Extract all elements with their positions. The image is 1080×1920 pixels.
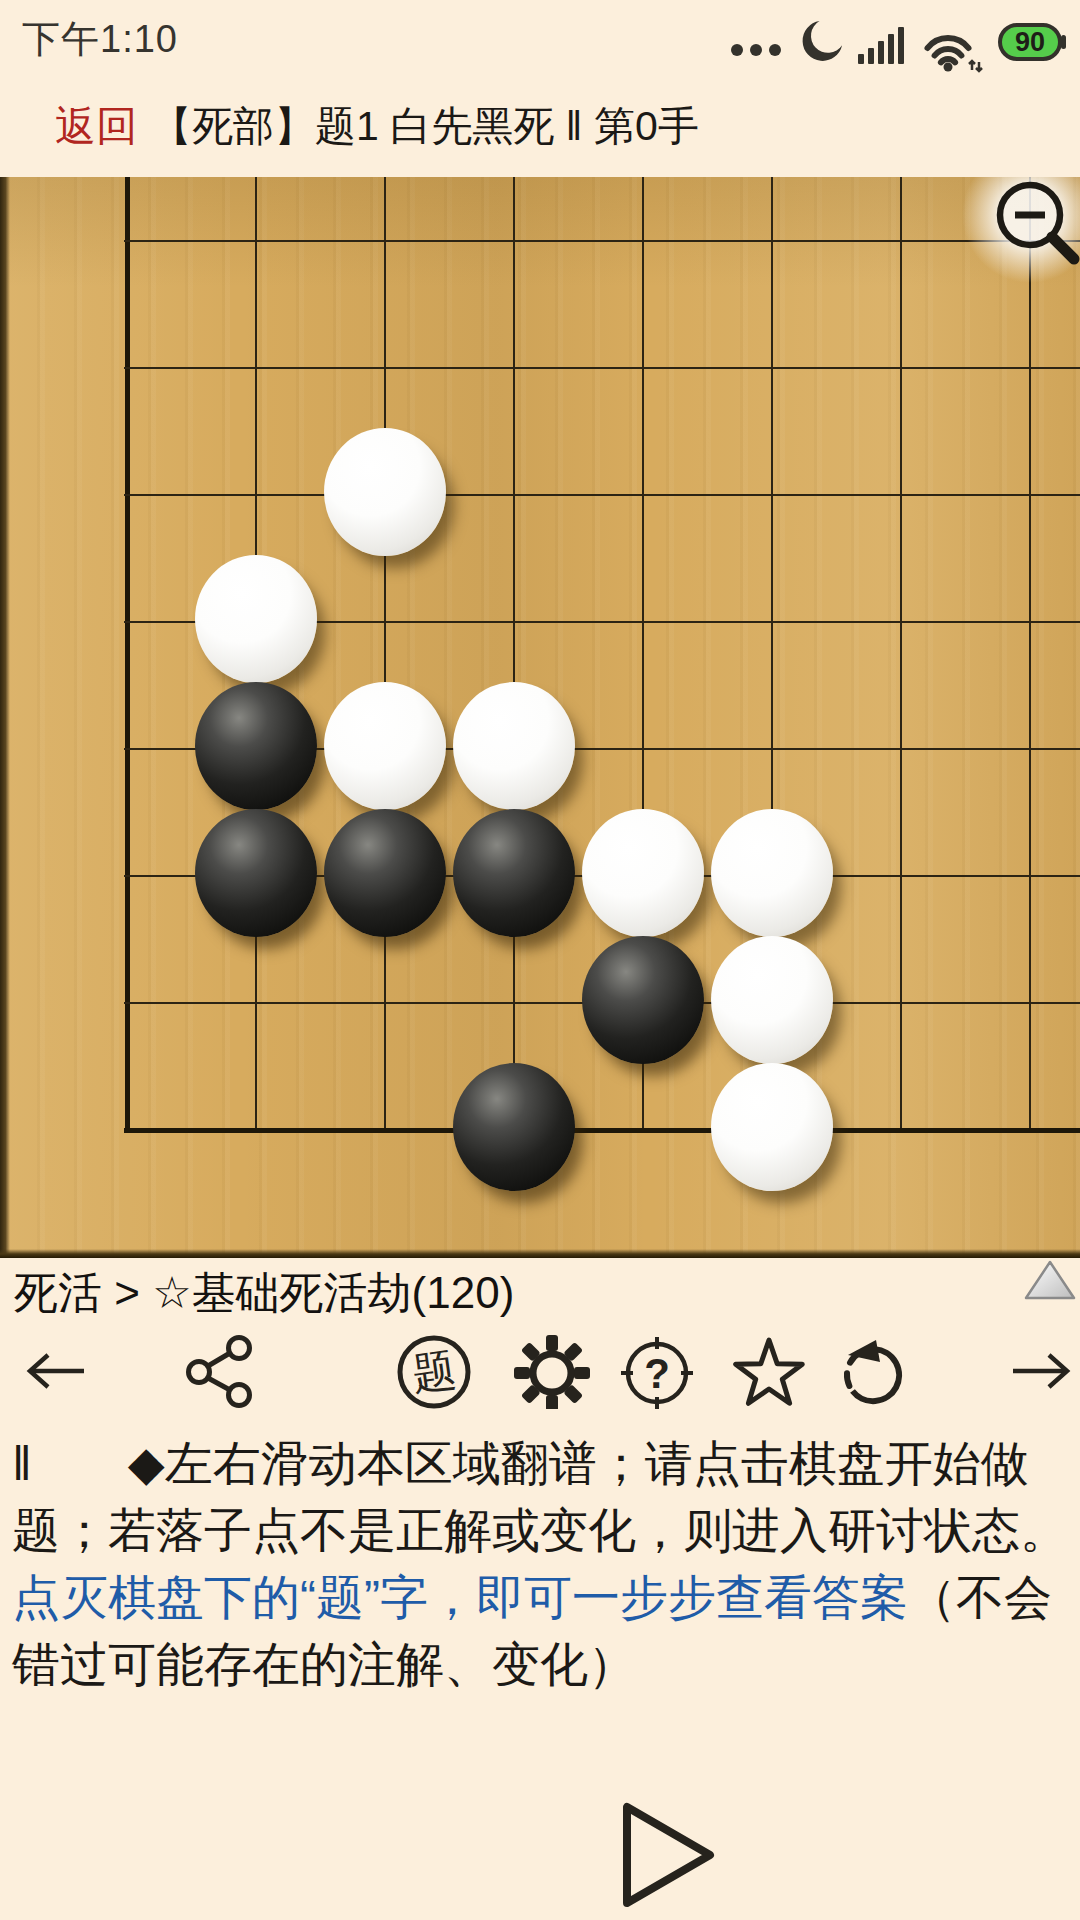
grid-line-horizontal	[124, 1128, 1080, 1133]
stone-black-E2[interactable]	[582, 936, 704, 1064]
grid-line-vertical	[513, 177, 515, 1133]
status-icons: 90	[730, 10, 1068, 74]
star-icon	[731, 1333, 807, 1409]
grid-line-horizontal	[124, 240, 1080, 242]
forward-arrow-icon	[1003, 1333, 1079, 1409]
instruction-text: ‖ ◆左右滑动本区域翻谱；请点击棋盘开始做	[12, 1437, 1029, 1490]
more-dots-icon	[730, 10, 782, 74]
back-arrow-icon	[18, 1333, 94, 1409]
toolbar-next-button[interactable]	[1003, 1333, 1079, 1409]
stone-black-D3[interactable]	[453, 809, 575, 937]
stone-black-C3[interactable]	[324, 809, 446, 937]
problem-glyph: 题	[409, 1344, 459, 1399]
instruction-line: 错过可能存在的注解、变化）	[12, 1631, 1072, 1698]
clock: 下午1:10	[22, 14, 178, 65]
stone-white-F3[interactable]	[711, 809, 833, 937]
collapse-up-triangle-icon[interactable]	[1022, 1256, 1078, 1304]
problem-circle-icon: 题	[396, 1333, 472, 1409]
status-bar: 下午1:10	[0, 0, 1080, 80]
back-button[interactable]: 返回	[55, 99, 137, 154]
stone-white-B5[interactable]	[195, 555, 317, 683]
wifi-icon	[922, 10, 984, 74]
grid-line-vertical	[900, 177, 902, 1133]
app-screen: 下午1:10	[0, 0, 1080, 1920]
grid-line-vertical	[125, 177, 130, 1133]
grid-line-vertical	[384, 177, 386, 1133]
battery-icon: 90	[998, 10, 1068, 74]
instruction-text: 题；若落子点不是正解或变化，则进入研讨状态。	[12, 1504, 1068, 1557]
instruction-line: ‖ ◆左右滑动本区域翻谱；请点击棋盘开始做	[12, 1430, 1072, 1497]
stone-white-D4[interactable]	[453, 682, 575, 810]
grid-line-horizontal	[124, 494, 1080, 496]
board-bottom-edge	[0, 1249, 1080, 1258]
battery-percent: 90	[1015, 27, 1045, 57]
signal-icon	[858, 10, 908, 74]
settings-gear-icon	[514, 1333, 590, 1409]
share-icon	[182, 1333, 258, 1409]
toolbar-share-button[interactable]	[182, 1333, 258, 1409]
toolbar-favorite-button[interactable]	[731, 1333, 807, 1409]
toolbar-help-button[interactable]: ?	[619, 1333, 695, 1409]
help-circle-icon: ?	[619, 1333, 695, 1409]
play-triangle-icon	[627, 1807, 710, 1903]
instructions-text[interactable]: ‖ ◆左右滑动本区域翻谱；请点击棋盘开始做题；若落子点不是正解或变化，则进入研讨…	[12, 1430, 1072, 1698]
toolbar-settings-button[interactable]	[514, 1333, 590, 1409]
stone-white-F1[interactable]	[711, 1063, 833, 1191]
stone-black-B4[interactable]	[195, 682, 317, 810]
stone-white-C4[interactable]	[324, 682, 446, 810]
go-board[interactable]	[0, 177, 1080, 1258]
instruction-line: 题；若落子点不是正解或变化，则进入研讨状态。	[12, 1497, 1072, 1564]
grid-line-horizontal	[124, 367, 1080, 369]
board-left-edge	[0, 177, 10, 1258]
instruction-text: （不会	[908, 1571, 1052, 1624]
grid-line-vertical	[1029, 177, 1031, 1133]
help-glyph: ?	[644, 1350, 670, 1397]
stone-white-F2[interactable]	[711, 936, 833, 1064]
instruction-link-text[interactable]: 点灭棋盘下的“题”字，即可一步步查看答案	[12, 1571, 908, 1624]
toolbar-problem-button[interactable]: 题	[396, 1333, 472, 1409]
stone-white-C6[interactable]	[324, 428, 446, 556]
stone-black-B3[interactable]	[195, 809, 317, 937]
toolbar-prev-button[interactable]	[18, 1333, 94, 1409]
moon-icon	[796, 10, 844, 74]
breadcrumb-row: 死活 > ☆基础死活劫(120)	[0, 1262, 1080, 1320]
stone-white-E3[interactable]	[582, 809, 704, 937]
breadcrumb[interactable]: 死活 > ☆基础死活劫(120)	[14, 1264, 514, 1323]
header: 返回 【死部】题1 白先黑死 ‖ 第0手	[55, 99, 699, 154]
play-button[interactable]	[600, 1793, 730, 1917]
instruction-text: 错过可能存在的注解、变化）	[12, 1638, 636, 1691]
magnifier-minus-icon[interactable]	[985, 177, 1080, 280]
instruction-line: 点灭棋盘下的“题”字，即可一步步查看答案（不会	[12, 1564, 1072, 1631]
undo-rotate-icon	[835, 1333, 911, 1409]
stone-black-D1[interactable]	[453, 1063, 575, 1191]
toolbar-undo-button[interactable]	[835, 1333, 911, 1409]
page-title: 【死部】题1 白先黑死 ‖ 第0手	[151, 99, 699, 154]
